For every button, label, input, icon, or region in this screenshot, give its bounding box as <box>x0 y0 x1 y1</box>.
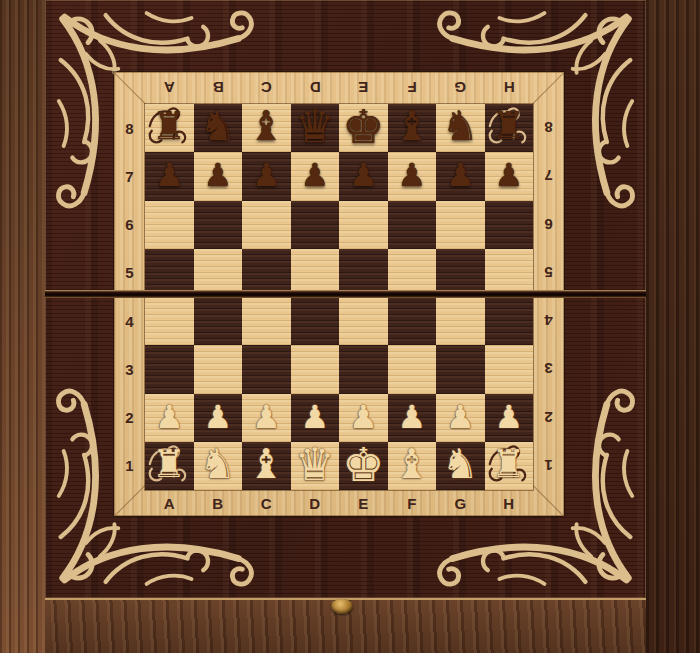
rank-label-1: 1 <box>114 442 145 490</box>
piece-white-pawn-f2[interactable]: ♟ <box>397 400 426 432</box>
table-wood-right <box>646 0 700 653</box>
square-f1[interactable]: ♝ <box>388 442 437 490</box>
file-label-c: C <box>242 72 291 104</box>
piece-black-bishop-f8[interactable]: ♝ <box>393 106 430 147</box>
file-label-d: D <box>291 490 340 516</box>
piece-white-pawn-c2[interactable]: ♟ <box>252 400 281 432</box>
rank-label-3: 3 <box>114 345 145 393</box>
file-label-c: C <box>242 490 291 516</box>
square-d1[interactable]: ♛ <box>291 442 340 490</box>
rank-label-6: 6 <box>533 201 564 249</box>
piece-black-rook-a8[interactable]: ♜ <box>152 108 186 146</box>
square-a2[interactable]: ♟ <box>145 394 194 442</box>
piece-black-pawn-g7[interactable]: ♟ <box>446 159 475 191</box>
square-h8[interactable]: ♜ <box>485 104 534 152</box>
square-g8[interactable]: ♞ <box>436 104 485 152</box>
piece-black-pawn-e7[interactable]: ♟ <box>349 159 378 191</box>
square-b3[interactable] <box>194 345 243 393</box>
file-label-e: E <box>339 490 388 516</box>
piece-white-king-e1[interactable]: ♚ <box>342 440 384 487</box>
square-c1[interactable]: ♝ <box>242 442 291 490</box>
piece-black-pawn-b7[interactable]: ♟ <box>203 159 232 191</box>
square-c4[interactable] <box>242 297 291 345</box>
piece-white-pawn-a2[interactable]: ♟ <box>155 400 184 432</box>
file-label-g: G <box>436 72 485 104</box>
rank-label-6: 6 <box>114 201 145 249</box>
square-h3[interactable] <box>485 345 534 393</box>
piece-white-pawn-g2[interactable]: ♟ <box>446 400 475 432</box>
square-d8[interactable]: ♛ <box>291 104 340 152</box>
file-label-f: F <box>388 72 437 104</box>
piece-black-queen-d8[interactable]: ♛ <box>295 104 335 149</box>
square-f2[interactable]: ♟ <box>388 394 437 442</box>
square-g2[interactable]: ♟ <box>436 394 485 442</box>
square-g7[interactable]: ♟ <box>436 152 485 200</box>
brass-clasp <box>331 599 353 614</box>
piece-white-rook-a1[interactable]: ♜ <box>152 445 186 483</box>
piece-black-pawn-a7[interactable]: ♟ <box>155 159 184 191</box>
rank-label-8: 8 <box>533 104 564 152</box>
file-label-a: A <box>145 72 194 104</box>
square-c2[interactable]: ♟ <box>242 394 291 442</box>
square-f7[interactable]: ♟ <box>388 152 437 200</box>
rank-label-7: 7 <box>533 152 564 200</box>
piece-black-pawn-f7[interactable]: ♟ <box>397 159 426 191</box>
piece-white-pawn-b2[interactable]: ♟ <box>203 400 232 432</box>
square-a3[interactable] <box>145 345 194 393</box>
piece-black-rook-h8[interactable]: ♜ <box>492 108 526 146</box>
square-e6[interactable] <box>339 201 388 249</box>
square-b8[interactable]: ♞ <box>194 104 243 152</box>
square-d2[interactable]: ♟ <box>291 394 340 442</box>
square-f4[interactable] <box>388 297 437 345</box>
rank-label-2: 2 <box>114 394 145 442</box>
square-b4[interactable] <box>194 297 243 345</box>
square-e3[interactable] <box>339 345 388 393</box>
piece-white-pawn-h2[interactable]: ♟ <box>494 400 523 432</box>
square-f3[interactable] <box>388 345 437 393</box>
file-label-a: A <box>145 490 194 516</box>
square-c3[interactable] <box>242 345 291 393</box>
piece-white-knight-b1[interactable]: ♞ <box>199 444 236 485</box>
piece-white-pawn-e2[interactable]: ♟ <box>349 400 378 432</box>
piece-black-pawn-c7[interactable]: ♟ <box>252 159 281 191</box>
file-label-h: H <box>485 72 534 104</box>
square-b7[interactable]: ♟ <box>194 152 243 200</box>
rank-label-4: 4 <box>533 297 564 345</box>
square-h4[interactable] <box>485 297 534 345</box>
square-a8[interactable]: ♜ <box>145 104 194 152</box>
square-c7[interactable]: ♟ <box>242 152 291 200</box>
square-b1[interactable]: ♞ <box>194 442 243 490</box>
square-e7[interactable]: ♟ <box>339 152 388 200</box>
square-e4[interactable] <box>339 297 388 345</box>
file-label-g: G <box>436 490 485 516</box>
piece-white-pawn-d2[interactable]: ♟ <box>300 400 329 432</box>
square-g1[interactable]: ♞ <box>436 442 485 490</box>
square-b2[interactable]: ♟ <box>194 394 243 442</box>
square-a4[interactable] <box>145 297 194 345</box>
square-d7[interactable]: ♟ <box>291 152 340 200</box>
piece-black-bishop-c8[interactable]: ♝ <box>248 106 285 147</box>
piece-black-knight-b8[interactable]: ♞ <box>199 106 236 147</box>
rank-label-4: 4 <box>114 297 145 345</box>
square-d4[interactable] <box>291 297 340 345</box>
square-h1[interactable]: ♜ <box>485 442 534 490</box>
piece-white-bishop-c1[interactable]: ♝ <box>248 444 285 485</box>
rank-label-2: 2 <box>533 394 564 442</box>
square-c6[interactable] <box>242 201 291 249</box>
rank-label-8: 8 <box>114 104 145 152</box>
rank-label-1: 1 <box>533 442 564 490</box>
piece-white-knight-g1[interactable]: ♞ <box>442 444 479 485</box>
piece-black-king-e8[interactable]: ♚ <box>342 103 384 150</box>
piece-black-pawn-h7[interactable]: ♟ <box>494 159 523 191</box>
square-e8[interactable]: ♚ <box>339 104 388 152</box>
file-label-b: B <box>194 72 243 104</box>
file-labels-top: ABCDEFGH <box>145 72 533 104</box>
square-a7[interactable]: ♟ <box>145 152 194 200</box>
chess-box-photo: ABCDEFGH ABCDEFGH 87654321 87654321 ♜♞♝♛… <box>0 0 700 653</box>
piece-black-knight-g8[interactable]: ♞ <box>442 106 479 147</box>
square-e1[interactable]: ♚ <box>339 442 388 490</box>
square-h6[interactable] <box>485 201 534 249</box>
piece-black-pawn-d7[interactable]: ♟ <box>300 159 329 191</box>
square-d3[interactable] <box>291 345 340 393</box>
piece-white-rook-h1[interactable]: ♜ <box>492 445 526 483</box>
box-hinge-seam <box>45 290 646 298</box>
piece-white-bishop-f1[interactable]: ♝ <box>393 444 430 485</box>
square-e2[interactable]: ♟ <box>339 394 388 442</box>
square-d6[interactable] <box>291 201 340 249</box>
square-h7[interactable]: ♟ <box>485 152 534 200</box>
square-a1[interactable]: ♜ <box>145 442 194 490</box>
square-g3[interactable] <box>436 345 485 393</box>
rank-label-3: 3 <box>533 345 564 393</box>
square-g4[interactable] <box>436 297 485 345</box>
file-label-b: B <box>194 490 243 516</box>
file-label-f: F <box>388 490 437 516</box>
square-g6[interactable] <box>436 201 485 249</box>
square-c8[interactable]: ♝ <box>242 104 291 152</box>
square-f8[interactable]: ♝ <box>388 104 437 152</box>
file-label-h: H <box>485 490 534 516</box>
table-wood-left <box>0 0 45 653</box>
square-b6[interactable] <box>194 201 243 249</box>
square-a6[interactable] <box>145 201 194 249</box>
file-labels-bottom: ABCDEFGH <box>145 490 533 516</box>
square-h2[interactable]: ♟ <box>485 394 534 442</box>
piece-white-queen-d1[interactable]: ♛ <box>295 442 335 487</box>
rank-label-7: 7 <box>114 152 145 200</box>
square-f6[interactable] <box>388 201 437 249</box>
